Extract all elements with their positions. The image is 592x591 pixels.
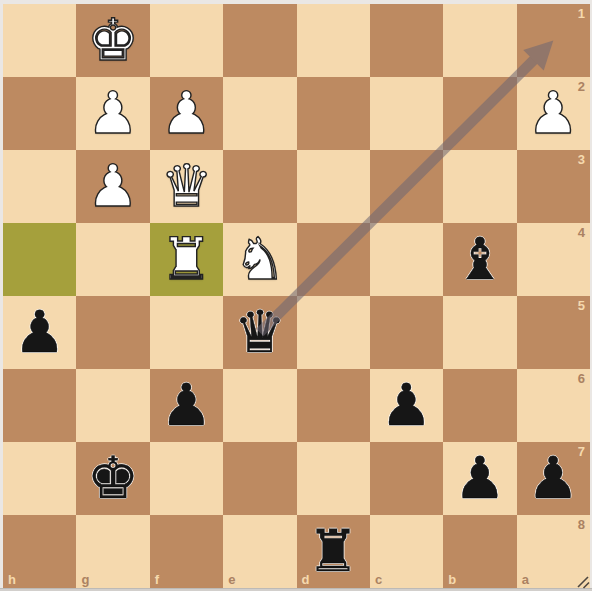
square-c3[interactable] — [370, 150, 443, 223]
square-a4[interactable]: 4 — [517, 223, 590, 296]
square-c4[interactable] — [370, 223, 443, 296]
square-f3[interactable]: ♛ — [150, 150, 223, 223]
rank-label-6: 6 — [578, 372, 585, 385]
square-c7[interactable] — [370, 442, 443, 515]
square-d6[interactable] — [297, 369, 370, 442]
white-knight[interactable]: ♞ — [234, 230, 286, 288]
square-f8[interactable]: f — [150, 515, 223, 588]
square-f4[interactable]: ♜ — [150, 223, 223, 296]
square-a6[interactable]: 6 — [517, 369, 590, 442]
black-king[interactable]: ♚ — [87, 449, 139, 507]
square-f2[interactable]: ♟ — [150, 77, 223, 150]
square-b2[interactable] — [443, 77, 516, 150]
black-queen[interactable]: ♛ — [234, 303, 286, 361]
square-d4[interactable] — [297, 223, 370, 296]
square-e2[interactable] — [223, 77, 296, 150]
square-h3[interactable] — [3, 150, 76, 223]
square-d3[interactable] — [297, 150, 370, 223]
rank-label-8: 8 — [578, 518, 585, 531]
rank-label-7: 7 — [578, 445, 585, 458]
square-f5[interactable] — [150, 296, 223, 369]
square-f6[interactable]: ♟ — [150, 369, 223, 442]
square-g1[interactable]: ♚ — [76, 4, 149, 77]
page: ♚1♟♟♟2♟♛3♜♞♝4♟♛5♟♟6♚♟♟7hgfe♜dcb8a — [0, 0, 592, 591]
square-b7[interactable]: ♟ — [443, 442, 516, 515]
square-b4[interactable]: ♝ — [443, 223, 516, 296]
file-label-a: a — [522, 573, 529, 586]
square-e4[interactable]: ♞ — [223, 223, 296, 296]
square-d2[interactable] — [297, 77, 370, 150]
square-e5[interactable]: ♛ — [223, 296, 296, 369]
square-a1[interactable]: 1 — [517, 4, 590, 77]
square-a5[interactable]: 5 — [517, 296, 590, 369]
square-d5[interactable] — [297, 296, 370, 369]
square-a3[interactable]: 3 — [517, 150, 590, 223]
square-g5[interactable] — [76, 296, 149, 369]
square-f1[interactable] — [150, 4, 223, 77]
rank-label-4: 4 — [578, 226, 585, 239]
file-label-g: g — [81, 573, 89, 586]
square-c6[interactable]: ♟ — [370, 369, 443, 442]
square-g8[interactable]: g — [76, 515, 149, 588]
square-g4[interactable] — [76, 223, 149, 296]
square-a7[interactable]: ♟7 — [517, 442, 590, 515]
square-h8[interactable]: h — [3, 515, 76, 588]
white-queen[interactable]: ♛ — [160, 157, 212, 215]
square-c1[interactable] — [370, 4, 443, 77]
black-pawn[interactable]: ♟ — [381, 376, 433, 434]
rank-label-5: 5 — [578, 299, 585, 312]
file-label-e: e — [228, 573, 235, 586]
resize-handle-icon[interactable] — [576, 575, 590, 589]
square-h5[interactable]: ♟ — [3, 296, 76, 369]
square-e3[interactable] — [223, 150, 296, 223]
white-pawn[interactable]: ♟ — [87, 157, 139, 215]
square-g7[interactable]: ♚ — [76, 442, 149, 515]
square-e8[interactable]: e — [223, 515, 296, 588]
square-d8[interactable]: ♜d — [297, 515, 370, 588]
square-h2[interactable] — [3, 77, 76, 150]
black-pawn[interactable]: ♟ — [14, 303, 66, 361]
file-label-d: d — [302, 573, 310, 586]
chess-board: ♚1♟♟♟2♟♛3♜♞♝4♟♛5♟♟6♚♟♟7hgfe♜dcb8a — [3, 4, 590, 588]
square-c8[interactable]: c — [370, 515, 443, 588]
square-h6[interactable] — [3, 369, 76, 442]
file-label-b: b — [448, 573, 456, 586]
white-pawn[interactable]: ♟ — [160, 84, 212, 142]
square-e1[interactable] — [223, 4, 296, 77]
black-pawn[interactable]: ♟ — [527, 449, 579, 507]
square-c2[interactable] — [370, 77, 443, 150]
square-g2[interactable]: ♟ — [76, 77, 149, 150]
square-g3[interactable]: ♟ — [76, 150, 149, 223]
file-label-f: f — [155, 573, 159, 586]
square-d1[interactable] — [297, 4, 370, 77]
square-c5[interactable] — [370, 296, 443, 369]
square-d7[interactable] — [297, 442, 370, 515]
square-h1[interactable] — [3, 4, 76, 77]
square-g6[interactable] — [76, 369, 149, 442]
black-pawn[interactable]: ♟ — [160, 376, 212, 434]
square-b8[interactable]: b — [443, 515, 516, 588]
square-h7[interactable] — [3, 442, 76, 515]
square-b5[interactable] — [443, 296, 516, 369]
square-b6[interactable] — [443, 369, 516, 442]
square-a2[interactable]: ♟2 — [517, 77, 590, 150]
square-b1[interactable] — [443, 4, 516, 77]
rank-label-1: 1 — [578, 7, 585, 20]
black-bishop[interactable]: ♝ — [454, 230, 506, 288]
white-king[interactable]: ♚ — [87, 11, 139, 69]
rank-label-2: 2 — [578, 80, 585, 93]
square-f7[interactable] — [150, 442, 223, 515]
square-e6[interactable] — [223, 369, 296, 442]
black-pawn[interactable]: ♟ — [454, 449, 506, 507]
file-label-c: c — [375, 573, 382, 586]
black-rook[interactable]: ♜ — [307, 522, 359, 580]
white-pawn[interactable]: ♟ — [527, 84, 579, 142]
square-e7[interactable] — [223, 442, 296, 515]
file-label-h: h — [8, 573, 16, 586]
square-b3[interactable] — [443, 150, 516, 223]
rank-label-3: 3 — [578, 153, 585, 166]
white-rook[interactable]: ♜ — [160, 230, 212, 288]
white-pawn[interactable]: ♟ — [87, 84, 139, 142]
square-h4[interactable] — [3, 223, 76, 296]
